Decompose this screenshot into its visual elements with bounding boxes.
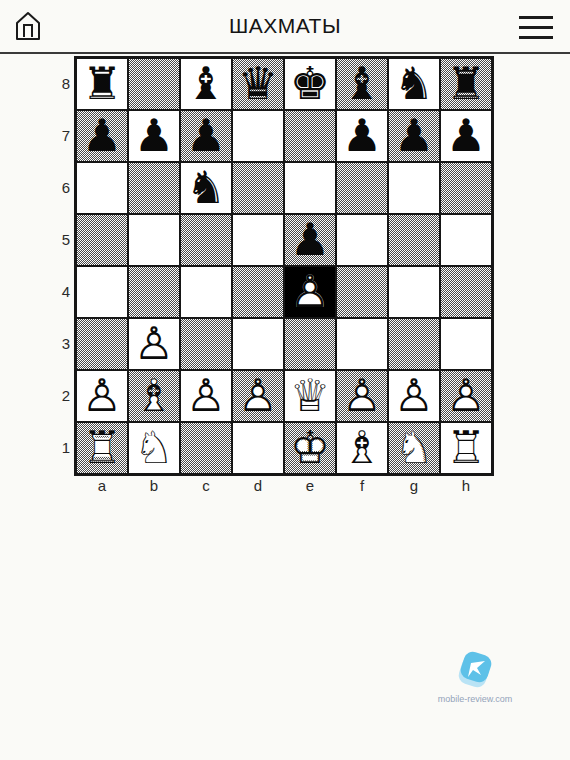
file-labels: abcdefgh (76, 477, 492, 495)
piece-black-knight[interactable]: ♞ (394, 58, 434, 110)
square-e3[interactable] (284, 318, 336, 370)
square-h2[interactable]: ♟♙ (440, 370, 492, 422)
file-label-e: e (284, 477, 336, 495)
rank-label-7: 7 (50, 110, 70, 162)
rank-label-1: 1 (50, 422, 70, 474)
square-b6[interactable] (128, 162, 180, 214)
square-c5[interactable] (180, 214, 232, 266)
rank-label-2: 2 (50, 370, 70, 422)
square-f6[interactable] (336, 162, 388, 214)
square-a7[interactable]: ♟ (76, 110, 128, 162)
square-f4[interactable] (336, 266, 388, 318)
piece-white-pawn[interactable]: ♟♙ (180, 370, 232, 422)
square-f8[interactable]: ♝ (336, 58, 388, 110)
rank-label-8: 8 (50, 58, 70, 110)
piece-white-pawn[interactable]: ♟♙ (440, 370, 492, 422)
square-b5[interactable] (128, 214, 180, 266)
piece-white-pawn[interactable]: ♟♙ (128, 318, 180, 370)
square-f1[interactable]: ♝♗ (336, 422, 388, 474)
square-a2[interactable]: ♟♙ (76, 370, 128, 422)
file-label-f: f (336, 477, 388, 495)
chess-board: ♜♝♛♚♝♞♜♟♟♟♟♟♟♞♟♟♙♟♙♟♙♝♗♟♙♟♙♛♕♟♙♟♙♟♙♜♖♞♘♚… (74, 56, 494, 476)
rank-label-5: 5 (50, 214, 70, 266)
file-label-a: a (76, 477, 128, 495)
piece-black-bishop[interactable]: ♝ (186, 58, 226, 110)
rank-label-4: 4 (50, 266, 70, 318)
file-label-h: h (440, 477, 492, 495)
square-a8[interactable]: ♜ (76, 58, 128, 110)
square-h7[interactable]: ♟ (440, 110, 492, 162)
square-h4[interactable] (440, 266, 492, 318)
square-g4[interactable] (388, 266, 440, 318)
piece-white-bishop[interactable]: ♝♗ (128, 370, 180, 422)
page-title: ШАХМАТЫ (0, 0, 570, 52)
square-e5[interactable]: ♟ (284, 214, 336, 266)
paper-plane-logo (448, 676, 502, 693)
square-c7[interactable]: ♟ (180, 110, 232, 162)
square-e2[interactable]: ♛♕ (284, 370, 336, 422)
square-f3[interactable] (336, 318, 388, 370)
watermark-text: mobile-review.com (430, 694, 520, 704)
piece-black-knight[interactable]: ♞ (186, 162, 226, 214)
file-label-d: d (232, 477, 284, 495)
square-h1[interactable]: ♜♖ (440, 422, 492, 474)
piece-black-pawn[interactable]: ♟ (290, 214, 330, 266)
square-b2[interactable]: ♝♗ (128, 370, 180, 422)
piece-white-knight[interactable]: ♞♘ (128, 422, 180, 474)
piece-black-pawn[interactable]: ♟ (342, 110, 382, 162)
square-e1[interactable]: ♚♔ (284, 422, 336, 474)
piece-black-pawn[interactable]: ♟ (82, 110, 122, 162)
square-e7[interactable] (284, 110, 336, 162)
square-g6[interactable] (388, 162, 440, 214)
watermark: mobile-review.com (430, 650, 520, 704)
file-label-c: c (180, 477, 232, 495)
square-a4[interactable] (76, 266, 128, 318)
square-e6[interactable] (284, 162, 336, 214)
piece-white-king[interactable]: ♚♔ (284, 422, 336, 474)
piece-black-pawn[interactable]: ♟ (186, 110, 226, 162)
piece-white-knight[interactable]: ♞♘ (388, 422, 440, 474)
square-b7[interactable]: ♟ (128, 110, 180, 162)
file-label-b: b (128, 477, 180, 495)
square-g2[interactable]: ♟♙ (388, 370, 440, 422)
square-d2[interactable]: ♟♙ (232, 370, 284, 422)
piece-white-pawn[interactable]: ♟♙ (76, 370, 128, 422)
square-d3[interactable] (232, 318, 284, 370)
square-g1[interactable]: ♞♘ (388, 422, 440, 474)
square-h3[interactable] (440, 318, 492, 370)
square-g3[interactable] (388, 318, 440, 370)
square-c6[interactable]: ♞ (180, 162, 232, 214)
piece-black-bishop[interactable]: ♝ (342, 58, 382, 110)
square-b3[interactable]: ♟♙ (128, 318, 180, 370)
square-h8[interactable]: ♜ (440, 58, 492, 110)
square-e8[interactable]: ♚ (284, 58, 336, 110)
square-b8[interactable] (128, 58, 180, 110)
square-g7[interactable]: ♟ (388, 110, 440, 162)
square-d4[interactable] (232, 266, 284, 318)
piece-black-queen[interactable]: ♛ (238, 58, 278, 110)
square-c4[interactable] (180, 266, 232, 318)
square-d1[interactable] (232, 422, 284, 474)
square-h6[interactable] (440, 162, 492, 214)
square-b4[interactable] (128, 266, 180, 318)
square-c3[interactable] (180, 318, 232, 370)
piece-black-rook[interactable]: ♜ (82, 58, 122, 110)
header: ШАХМАТЫ (0, 0, 570, 54)
square-a5[interactable] (76, 214, 128, 266)
file-label-g: g (388, 477, 440, 495)
rank-label-3: 3 (50, 318, 70, 370)
square-c8[interactable]: ♝ (180, 58, 232, 110)
hamburger-menu-icon (518, 16, 554, 39)
piece-white-pawn[interactable]: ♟♙ (232, 370, 284, 422)
square-a3[interactable] (76, 318, 128, 370)
menu-button[interactable] (518, 14, 554, 40)
square-f5[interactable] (336, 214, 388, 266)
piece-white-pawn[interactable]: ♟♙ (284, 266, 336, 318)
piece-black-rook[interactable]: ♜ (446, 58, 486, 110)
square-g5[interactable] (388, 214, 440, 266)
square-d5[interactable] (232, 214, 284, 266)
piece-black-pawn[interactable]: ♟ (134, 110, 174, 162)
rank-label-6: 6 (50, 162, 70, 214)
piece-white-queen[interactable]: ♛♕ (284, 370, 336, 422)
square-b1[interactable]: ♞♘ (128, 422, 180, 474)
piece-white-pawn[interactable]: ♟♙ (336, 370, 388, 422)
piece-white-bishop[interactable]: ♝♗ (336, 422, 388, 474)
square-f7[interactable]: ♟ (336, 110, 388, 162)
piece-black-pawn[interactable]: ♟ (446, 110, 486, 162)
square-c1[interactable] (180, 422, 232, 474)
square-d6[interactable] (232, 162, 284, 214)
piece-white-rook[interactable]: ♜♖ (76, 422, 128, 474)
piece-black-king[interactable]: ♚ (290, 58, 330, 110)
square-f2[interactable]: ♟♙ (336, 370, 388, 422)
square-a1[interactable]: ♜♖ (76, 422, 128, 474)
square-c2[interactable]: ♟♙ (180, 370, 232, 422)
square-d7[interactable] (232, 110, 284, 162)
square-d8[interactable]: ♛ (232, 58, 284, 110)
rank-labels: 87654321 (50, 58, 70, 474)
square-h5[interactable] (440, 214, 492, 266)
piece-white-pawn[interactable]: ♟♙ (388, 370, 440, 422)
square-a6[interactable] (76, 162, 128, 214)
square-g8[interactable]: ♞ (388, 58, 440, 110)
piece-black-pawn[interactable]: ♟ (394, 110, 434, 162)
square-e4[interactable]: ♟♙ (284, 266, 336, 318)
piece-white-rook[interactable]: ♜♖ (440, 422, 492, 474)
